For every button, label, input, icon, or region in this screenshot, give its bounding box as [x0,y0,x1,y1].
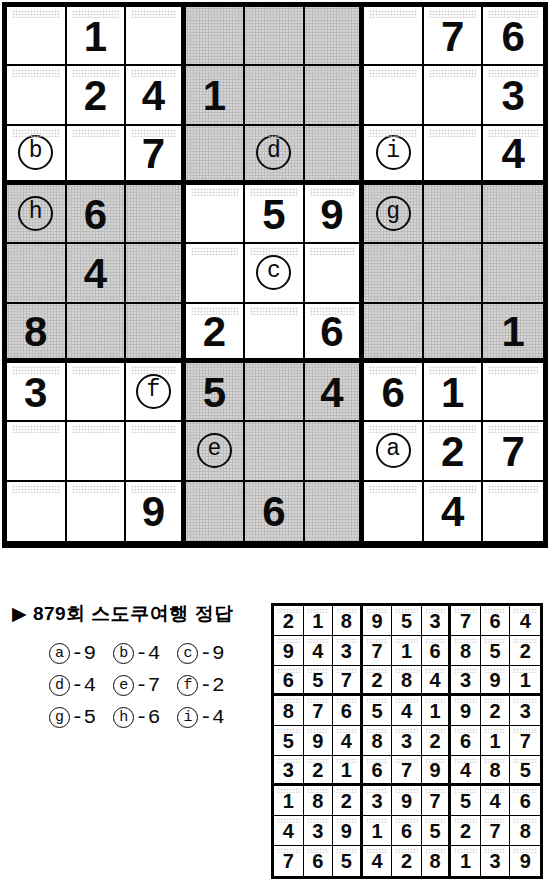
cell-value: 4 [502,133,525,175]
cell-value: 2 [520,641,531,661]
puzzle-cell-r9c4[interactable] [186,482,246,541]
solution-cell-r8c5: 6 [392,816,422,846]
cell-value: 4 [429,670,440,690]
cell-value: 5 [520,760,531,780]
cell-value: 9 [341,821,352,841]
cell-value: 6 [429,641,440,661]
solution-cell-r9c4: 4 [363,846,393,876]
answer-item-i: i-4 [177,706,224,729]
puzzle-cell-r9c7[interactable] [364,482,424,541]
puzzle-cell-r4c9[interactable] [483,185,543,244]
cell-value: 9 [401,791,412,811]
cell-value: 3 [401,731,412,751]
cell-value: 6 [490,611,501,631]
answer-item-d: d-4 [49,674,96,697]
circled-letter-e-icon: e [197,433,232,468]
solution-cell-r9c6: 8 [422,846,452,876]
puzzle-cell-r5c2[interactable]: 4 [67,244,127,303]
circled-letter-c-icon: c [256,255,291,290]
puzzle-cell-r8c2[interactable] [67,422,127,481]
puzzle-cell-r7c5[interactable] [245,363,305,422]
solution-cell-r1c8: 6 [481,606,511,636]
cell-value: 6 [84,194,107,236]
puzzle-cell-r6c8[interactable] [424,304,484,363]
solution-cell-r8c2: 3 [304,816,334,846]
puzzle-cell-r8c3[interactable] [126,422,186,481]
cell-value: 7 [312,701,323,721]
cell-value: 2 [429,731,440,751]
cell-value: 3 [24,372,47,414]
cell-value: 9 [490,670,501,690]
solution-cell-r8c8: 7 [481,816,511,846]
answer-letter-a-icon: a [49,643,70,664]
puzzle-cell-r5c7[interactable] [364,244,424,303]
solution-cell-r3c7: 3 [451,666,481,696]
solution-cell-r6c6: 9 [422,756,452,786]
cell-value: 3 [429,611,440,631]
solution-cell-r9c5: 2 [392,846,422,876]
puzzle-cell-r3c9[interactable]: 4 [483,126,543,185]
solution-cell-r6c5: 7 [392,756,422,786]
puzzle-cell-r6c5[interactable] [245,304,305,363]
circled-letter-i-icon: i [376,135,411,170]
cell-value: 3 [371,791,382,811]
solution-cell-r4c4: 5 [363,696,393,726]
solution-cell-r8c9: 8 [510,816,540,846]
answer-value: -4 [135,642,160,665]
puzzle-cell-r9c3[interactable]: 9 [126,482,186,541]
solution-cell-r8c1: 4 [274,816,304,846]
puzzle-cell-r5c4[interactable] [186,244,246,303]
cell-value: 6 [381,372,404,414]
puzzle-cell-r1c6[interactable] [305,7,365,66]
puzzle-cell-r4c8[interactable] [424,185,484,244]
cell-value: 6 [460,731,471,751]
cell-value: 2 [460,821,471,841]
cell-value: 2 [283,611,294,631]
solution-cell-r2c9: 2 [510,636,540,666]
puzzle-cell-r5c5[interactable]: c [245,244,305,303]
cell-value: 1 [341,760,352,780]
cell-value: 8 [371,731,382,751]
puzzle-cell-r1c9[interactable]: 6 [483,7,543,66]
solution-cell-r3c4: 2 [363,666,393,696]
solution-cell-r6c4: 6 [363,756,393,786]
cell-value: 2 [341,791,352,811]
solution-cell-r7c6: 7 [422,786,452,816]
cell-value: 7 [371,641,382,661]
circled-letter-a-icon: a [376,433,411,468]
solution-cell-r4c7: 9 [451,696,481,726]
cell-value: 2 [84,75,107,117]
puzzle-cell-r6c2[interactable] [67,304,127,363]
puzzle-cell-r1c3[interactable] [126,7,186,66]
circled-letter-d-icon: d [256,135,291,170]
puzzle-cell-r9c1[interactable] [7,482,67,541]
solution-cell-r9c8: 3 [481,846,511,876]
puzzle-cell-r3c2[interactable] [67,126,127,185]
puzzle-cell-r8c8[interactable]: 2 [424,422,484,481]
cell-value: 1 [520,670,531,690]
puzzle-cell-r7c1[interactable]: 3 [7,363,67,422]
puzzle-cell-r2c5[interactable] [245,66,305,125]
solution-cell-r7c5: 9 [392,786,422,816]
answer-letter-i-icon: i [177,707,198,728]
puzzle-cell-r8c5[interactable] [245,422,305,481]
solution-cell-r2c3: 3 [333,636,363,666]
solution-cell-r2c5: 1 [392,636,422,666]
puzzle-cell-r8c9[interactable]: 7 [483,422,543,481]
puzzle-cell-r8c4[interactable]: e [186,422,246,481]
cell-value: 6 [312,851,323,871]
puzzle-cell-r5c8[interactable] [424,244,484,303]
cell-value: 3 [312,821,323,841]
solution-cell-r4c9: 3 [510,696,540,726]
solution-cell-r3c2: 5 [304,666,334,696]
answer-value: -7 [135,674,160,697]
answer-list: a-9b-4c-9d-4e-7f-2g-5h-6i-4 [49,642,225,729]
answer-letter-b-icon: b [113,643,134,664]
solution-cell-r3c9: 1 [510,666,540,696]
puzzle-cell-r1c7[interactable] [364,7,424,66]
cell-value: 4 [341,731,352,751]
cell-value: 8 [401,670,412,690]
answer-item-f: f-2 [177,674,224,697]
solution-cell-r2c7: 8 [451,636,481,666]
cell-value: 6 [401,821,412,841]
puzzle-cell-r6c1[interactable]: 8 [7,304,67,363]
puzzle-cell-r6c4[interactable]: 2 [186,304,246,363]
solution-cell-r7c8: 4 [481,786,511,816]
puzzle-cell-r4c7[interactable]: g [364,185,424,244]
puzzle-cell-r4c5[interactable]: 5 [245,185,305,244]
puzzle-cell-r7c6[interactable]: 4 [305,363,365,422]
puzzle-cell-r7c2[interactable] [67,363,127,422]
cell-value: 7 [460,611,471,631]
puzzle-cell-r1c4[interactable] [186,7,246,66]
cell-value: 1 [502,311,525,353]
cell-value: 3 [490,851,501,871]
solution-cell-r5c4: 8 [363,726,393,756]
solution-cell-r5c9: 7 [510,726,540,756]
puzzle-cell-r5c6[interactable] [305,244,365,303]
cell-value: 2 [203,311,226,353]
cell-value: 8 [460,641,471,661]
puzzle-cell-r3c8[interactable] [424,126,484,185]
puzzle-cell-r8c1[interactable] [7,422,67,481]
cell-value: 4 [460,760,471,780]
cell-value: 4 [371,851,382,871]
solution-cell-r4c6: 1 [422,696,452,726]
solution-cell-r5c2: 9 [304,726,334,756]
puzzle-cell-r9c2[interactable] [67,482,127,541]
cell-value: 8 [341,611,352,631]
puzzle-cell-r7c9[interactable] [483,363,543,422]
solution-cell-r2c4: 7 [363,636,393,666]
solution-cell-r4c8: 2 [481,696,511,726]
puzzle-cell-r5c3[interactable] [126,244,186,303]
puzzle-cell-r7c8[interactable]: 1 [424,363,484,422]
cell-value: 1 [441,372,464,414]
puzzle-cell-r3c6[interactable] [305,126,365,185]
solution-cell-r1c1: 2 [274,606,304,636]
solution-cell-r6c8: 8 [481,756,511,786]
solution-cell-r5c5: 3 [392,726,422,756]
answer-letter-g-icon: g [49,707,70,728]
cell-value: 7 [502,431,525,473]
cell-value: 4 [441,491,464,533]
cell-value: 6 [371,760,382,780]
cell-value: 8 [24,311,47,353]
solution-cell-r9c3: 5 [333,846,363,876]
answer-item-b: b-4 [113,642,160,665]
solution-cell-r8c6: 5 [422,816,452,846]
puzzle-cell-r2c8[interactable] [424,66,484,125]
puzzle-cell-r5c9[interactable] [483,244,543,303]
cell-value: 5 [262,194,285,236]
solution-cell-r8c3: 9 [333,816,363,846]
cell-value: 5 [429,821,440,841]
puzzle-cell-r2c1[interactable] [7,66,67,125]
cell-value: 6 [520,791,531,811]
answer-item-a: a-9 [49,642,96,665]
puzzle-cell-r2c7[interactable] [364,66,424,125]
puzzle-cell-r9c6[interactable] [305,482,365,541]
cell-value: 1 [490,731,501,751]
solution-cell-r6c7: 4 [451,756,481,786]
solution-cell-r1c7: 7 [451,606,481,636]
cell-value: 9 [520,851,531,871]
solution-cell-r7c4: 3 [363,786,393,816]
solution-cell-r8c4: 1 [363,816,393,846]
answer-value: -4 [71,674,96,697]
cell-value: 1 [283,791,294,811]
cell-value: 5 [283,731,294,751]
puzzle-cell-r4c6[interactable]: 9 [305,185,365,244]
solution-cell-r1c9: 4 [510,606,540,636]
answer-item-h: h-6 [113,706,160,729]
cell-value: 6 [502,16,525,58]
cell-value: 2 [371,670,382,690]
puzzle-cell-r4c2[interactable]: 6 [67,185,127,244]
answer-item-c: c-9 [177,642,224,665]
cell-value: 1 [203,75,226,117]
puzzle-cell-r9c5[interactable]: 6 [245,482,305,541]
cell-value: 4 [490,791,501,811]
cell-value: 1 [84,16,107,58]
solution-cell-r3c1: 6 [274,666,304,696]
answer-letter-h-icon: h [113,707,134,728]
answer-letter-d-icon: d [49,675,70,696]
solution-grid: 2189537649437168526572843918765419235948… [271,603,543,879]
puzzle-cell-r2c3[interactable]: 4 [126,66,186,125]
solution-cell-r6c3: 1 [333,756,363,786]
puzzle-cell-r1c1[interactable] [7,7,67,66]
puzzle-cell-r2c6[interactable] [305,66,365,125]
answer-value: -9 [199,642,224,665]
cell-value: 6 [320,311,343,353]
answer-value: -5 [71,706,96,729]
solution-cell-r9c9: 9 [510,846,540,876]
cell-value: 1 [371,821,382,841]
puzzle-cell-r1c5[interactable] [245,7,305,66]
puzzle-cell-r8c7[interactable]: a [364,422,424,481]
cell-value: 9 [142,491,165,533]
puzzle-cell-r7c3[interactable]: f [126,363,186,422]
solution-cell-r5c7: 6 [451,726,481,756]
cell-value: 2 [401,851,412,871]
answer-item-g: g-5 [49,706,96,729]
cell-value: 6 [341,701,352,721]
cell-value: 8 [283,701,294,721]
cell-value: 1 [401,641,412,661]
solution-cell-r5c6: 2 [422,726,452,756]
answer-title: ▶ 879회 스도쿠여행 정답 [12,601,234,627]
solution-cell-r2c2: 4 [304,636,334,666]
solution-cell-r8c7: 2 [451,816,481,846]
answer-value: -2 [199,674,224,697]
solution-cell-r4c2: 7 [304,696,334,726]
puzzle-cell-r2c4[interactable]: 1 [186,66,246,125]
cell-value: 5 [490,641,501,661]
puzzle-cell-r3c3[interactable]: 7 [126,126,186,185]
puzzle-cell-r6c6[interactable]: 6 [305,304,365,363]
puzzle-cell-r4c3[interactable] [126,185,186,244]
solution-cell-r5c8: 1 [481,726,511,756]
cell-value: 8 [490,760,501,780]
puzzle-cell-r9c9[interactable] [483,482,543,541]
solution-cell-r7c2: 8 [304,786,334,816]
puzzle-cell-r9c8[interactable]: 4 [424,482,484,541]
solution-cell-r6c9: 5 [510,756,540,786]
cell-value: 7 [441,16,464,58]
cell-value: 4 [520,611,531,631]
puzzle-cell-r1c8[interactable]: 7 [424,7,484,66]
cell-value: 4 [312,641,323,661]
puzzle-cell-r3c1[interactable]: b [7,126,67,185]
solution-cell-r1c4: 9 [363,606,393,636]
cell-value: 7 [520,731,531,751]
solution-cell-r1c2: 1 [304,606,334,636]
puzzle-cell-r6c7[interactable] [364,304,424,363]
cell-value: 9 [320,194,343,236]
solution-cell-r7c9: 6 [510,786,540,816]
cell-value: 8 [429,851,440,871]
solution-cell-r1c6: 3 [422,606,452,636]
cell-value: 9 [429,760,440,780]
cell-value: 7 [401,760,412,780]
puzzle-cell-r3c5[interactable]: d [245,126,305,185]
cell-value: 7 [429,791,440,811]
cell-value: 5 [401,611,412,631]
solution-cell-r2c8: 5 [481,636,511,666]
cell-value: 3 [520,701,531,721]
cell-value: 5 [203,372,226,414]
circled-letter-h-icon: h [18,196,53,231]
cell-value: 5 [312,670,323,690]
solution-cell-r9c2: 6 [304,846,334,876]
solution-cell-r7c1: 1 [274,786,304,816]
cell-value: 2 [490,701,501,721]
solution-cell-r1c3: 8 [333,606,363,636]
puzzle-cell-r7c4[interactable]: 5 [186,363,246,422]
cell-value: 5 [460,791,471,811]
cell-value: 6 [283,670,294,690]
cell-value: 9 [312,731,323,751]
answer-letter-c-icon: c [177,643,198,664]
puzzle-cell-r4c4[interactable] [186,185,246,244]
cell-value: 3 [460,670,471,690]
solution-cell-r4c1: 8 [274,696,304,726]
circled-letter-f-icon: f [136,374,171,409]
cell-value: 1 [312,611,323,631]
cell-value: 7 [142,133,165,175]
circled-letter-g-icon: g [376,196,411,231]
circled-letter-b-icon: b [18,135,53,170]
solution-cell-r1c5: 5 [392,606,422,636]
solution-cell-r4c3: 6 [333,696,363,726]
cell-value: 4 [84,253,107,295]
cell-value: 3 [502,75,525,117]
answer-value: -4 [199,706,224,729]
cell-value: 8 [312,791,323,811]
puzzle-cell-r1c2[interactable]: 1 [67,7,127,66]
solution-cell-r2c1: 9 [274,636,304,666]
solution-cell-r3c8: 9 [481,666,511,696]
cell-value: 7 [283,851,294,871]
cell-value: 5 [371,701,382,721]
cell-value: 4 [283,821,294,841]
puzzle-cell-r4c1[interactable]: h [7,185,67,244]
puzzle-grid: 1762413b7di4h659g4c82613f5461ea27964 [2,2,548,548]
cell-value: 7 [490,821,501,841]
cell-value: 2 [312,760,323,780]
cell-value: 1 [429,701,440,721]
cell-value: 9 [371,611,382,631]
solution-cell-r6c1: 3 [274,756,304,786]
puzzle-cell-r3c4[interactable] [186,126,246,185]
cell-value: 4 [401,701,412,721]
cell-value: 9 [460,701,471,721]
solution-cell-r4c5: 4 [392,696,422,726]
cell-value: 9 [283,641,294,661]
puzzle-cell-r6c9[interactable]: 1 [483,304,543,363]
answer-value: -6 [135,706,160,729]
solution-cell-r3c5: 8 [392,666,422,696]
cell-value: 5 [341,851,352,871]
answer-item-e: e-7 [113,674,160,697]
cell-value: 3 [341,641,352,661]
cell-value: 2 [441,431,464,473]
puzzle-cell-r2c2[interactable]: 2 [67,66,127,125]
puzzle-cell-r7c7[interactable]: 6 [364,363,424,422]
solution-cell-r3c6: 4 [422,666,452,696]
cell-value: 7 [341,670,352,690]
solution-cell-r5c1: 5 [274,726,304,756]
puzzle-cell-r6c3[interactable] [126,304,186,363]
puzzle-cell-r2c9[interactable]: 3 [483,66,543,125]
solution-cell-r5c3: 4 [333,726,363,756]
solution-cell-r7c7: 5 [451,786,481,816]
puzzle-cell-r3c7[interactable]: i [364,126,424,185]
puzzle-cell-r5c1[interactable] [7,244,67,303]
solution-cell-r3c3: 7 [333,666,363,696]
solution-cell-r9c1: 7 [274,846,304,876]
cell-value: 1 [460,851,471,871]
cell-value: 6 [262,491,285,533]
puzzle-cell-r8c6[interactable] [305,422,365,481]
solution-cell-r9c7: 1 [451,846,481,876]
